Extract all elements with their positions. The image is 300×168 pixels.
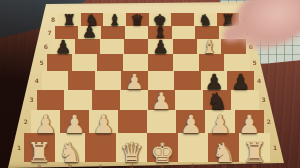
- piece-white-king-e1[interactable]: ♚: [150, 139, 174, 166]
- square-f7[interactable]: [172, 26, 195, 39]
- square-c6[interactable]: [100, 39, 124, 54]
- square-f6[interactable]: [173, 39, 197, 54]
- piece-white-pawn-a2[interactable]: ♟: [34, 112, 56, 137]
- square-d5[interactable]: [123, 54, 148, 71]
- square-b3[interactable]: [64, 90, 92, 110]
- board-rank-5: [47, 54, 250, 71]
- piece-black-pawn-a6[interactable]: ♟: [55, 38, 71, 56]
- piece-black-bishop-c8[interactable]: ♝: [108, 13, 121, 28]
- rank-label-right-4: 4: [257, 78, 261, 84]
- square-a4[interactable]: [42, 71, 69, 90]
- rank-label-right-5: 5: [253, 60, 257, 66]
- piece-black-pawn-e6[interactable]: ♟: [152, 38, 168, 56]
- square-f4[interactable]: [174, 71, 201, 90]
- piece-white-bishop-g6[interactable]: ♝: [201, 38, 217, 56]
- rank-label-left-4: 4: [35, 78, 39, 84]
- rank-label-right-3: 3: [262, 97, 266, 103]
- piece-black-knight-g8[interactable]: ♞: [199, 13, 212, 28]
- rank-label-left-6: 6: [44, 44, 48, 50]
- square-b5[interactable]: [72, 54, 97, 71]
- square-h5[interactable]: [224, 54, 249, 71]
- piece-white-rook-h1[interactable]: ♜: [243, 139, 267, 166]
- piece-white-pawn-c2[interactable]: ♟: [92, 112, 114, 137]
- square-d2[interactable]: [118, 110, 147, 133]
- rank-label-left-2: 2: [24, 119, 28, 125]
- rank-label-left-8: 8: [51, 17, 55, 23]
- rank-label-right-2: 2: [267, 119, 271, 125]
- chess-photo-scene: 1122334455667788abcdefgh♜♞♝♛♚♞♜♟♝♟♟♝♟♟♟♟…: [0, 0, 300, 168]
- piece-black-rook-a8[interactable]: ♜: [63, 13, 76, 28]
- square-c4[interactable]: [95, 71, 122, 90]
- square-f5[interactable]: [173, 54, 198, 71]
- piece-white-knight-b1[interactable]: ♞: [58, 139, 82, 166]
- piece-white-rook-a1[interactable]: ♜: [27, 139, 51, 166]
- square-c3[interactable]: [92, 90, 120, 110]
- file-label-f: f: [191, 163, 194, 168]
- rank-label-left-3: 3: [30, 97, 34, 103]
- square-c5[interactable]: [97, 54, 122, 71]
- piece-white-knight-g1[interactable]: ♞: [212, 139, 236, 166]
- piece-black-queen-d8[interactable]: ♛: [131, 13, 144, 28]
- square-f3[interactable]: [175, 90, 203, 110]
- piece-black-pawn-h4[interactable]: ♟: [231, 72, 250, 93]
- rank-label-left-7: 7: [48, 30, 52, 36]
- square-d6[interactable]: [124, 39, 148, 54]
- piece-white-pawn-e3[interactable]: ♟: [151, 90, 172, 113]
- piece-white-pawn-d4[interactable]: ♟: [125, 72, 144, 93]
- piece-black-pawn-b7[interactable]: ♟: [82, 24, 97, 41]
- piece-white-pawn-g2[interactable]: ♟: [209, 112, 231, 137]
- rank-label-left-1: 1: [17, 145, 21, 151]
- piece-white-pawn-f2[interactable]: ♟: [180, 112, 202, 137]
- square-a3[interactable]: [37, 90, 65, 110]
- rank-label-left-5: 5: [40, 60, 44, 66]
- piece-white-pawn-h2[interactable]: ♟: [238, 112, 260, 137]
- square-f8[interactable]: [171, 13, 194, 26]
- piece-white-pawn-b2[interactable]: ♟: [63, 112, 85, 137]
- piece-white-queen-d1[interactable]: ♛: [119, 139, 143, 166]
- square-b4[interactable]: [68, 71, 95, 90]
- file-label-c: c: [99, 163, 103, 168]
- rank-label-right-1: 1: [273, 145, 277, 151]
